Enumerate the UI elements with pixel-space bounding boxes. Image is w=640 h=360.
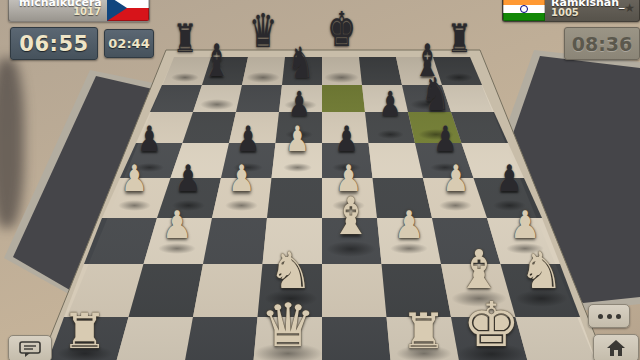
piece-bk-e8[interactable]: ♚ [327,5,356,77]
player-rating-right: 1005 [551,7,579,18]
player-plate-left: michalkucera 1017 [8,0,150,22]
piece-bp-f6[interactable]: ♟ [379,87,401,135]
czech-flag-icon [107,0,149,21]
clock-left-main: 06:55 [10,27,98,60]
piece-wq-d1[interactable]: ♛ [260,296,316,353]
star-icon: ★ [624,1,635,15]
dot-icon [607,314,612,319]
clock-left-secondary: 02:44 [104,29,154,58]
game-screen: { "game": "chess", "players": { "left": … [0,0,640,360]
player-rating-left: 1017 [73,6,101,17]
piece-wp-f3[interactable]: ♟ [394,206,424,249]
piece-wn-d2[interactable]: ♞ [269,245,313,298]
dot-icon [598,314,603,319]
player-plate-right: Ramkishan_ 1005 ★ [502,0,640,22]
piece-wp-c4[interactable]: ♟ [228,161,255,206]
home-button[interactable] [593,334,639,360]
piece-wb-e3[interactable]: ♝ [330,191,371,249]
piece-wk-g1[interactable]: ♚ [462,294,520,353]
piece-wr-a1[interactable]: ♜ [62,307,108,353]
piece-wp-b3[interactable]: ♟ [162,206,192,249]
clock-right: 08:36 [564,27,640,60]
piece-wn-h2[interactable]: ♞ [519,245,563,298]
dot-icon [616,314,621,319]
piece-bq-c8[interactable]: ♛ [249,7,277,77]
piece-wp-d5[interactable]: ♟ [285,122,309,168]
piece-bp-h4[interactable]: ♟ [496,161,523,206]
india-flag-icon [503,0,545,21]
piece-wp-a4[interactable]: ♟ [121,161,148,206]
more-options-button[interactable] [588,304,630,328]
piece-br-h8[interactable]: ♜ [447,19,470,78]
chat-bubble-icon [19,341,41,357]
piece-wp-g4[interactable]: ♟ [442,161,469,206]
piece-wr-f1[interactable]: ♜ [401,307,447,353]
chat-button[interactable] [8,335,52,360]
home-icon [606,339,626,357]
piece-br-a8[interactable]: ♜ [173,19,196,78]
piece-bp-b4[interactable]: ♟ [175,161,202,206]
piece-bb-b7[interactable]: ♝ [203,39,231,104]
